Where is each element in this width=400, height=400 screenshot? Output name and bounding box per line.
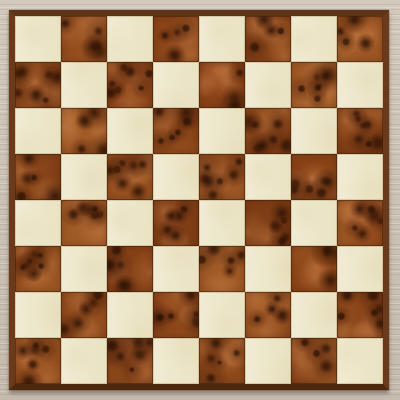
square-h1[interactable] — [337, 338, 383, 384]
square-d3[interactable] — [153, 246, 199, 292]
square-d6[interactable] — [153, 108, 199, 154]
square-f4[interactable] — [245, 200, 291, 246]
square-g2[interactable] — [291, 292, 337, 338]
square-c5[interactable] — [107, 154, 153, 200]
square-e7[interactable] — [199, 62, 245, 108]
square-g1[interactable] — [291, 338, 337, 384]
square-a2[interactable] — [15, 292, 61, 338]
square-f6[interactable] — [245, 108, 291, 154]
square-h4[interactable] — [337, 200, 383, 246]
square-f1[interactable] — [245, 338, 291, 384]
square-a5[interactable] — [15, 154, 61, 200]
square-f2[interactable] — [245, 292, 291, 338]
square-d5[interactable] — [153, 154, 199, 200]
square-e1[interactable] — [199, 338, 245, 384]
square-h3[interactable] — [337, 246, 383, 292]
square-h2[interactable] — [337, 292, 383, 338]
square-e6[interactable] — [199, 108, 245, 154]
square-a3[interactable] — [15, 246, 61, 292]
square-b7[interactable] — [61, 62, 107, 108]
square-d1[interactable] — [153, 338, 199, 384]
square-c2[interactable] — [107, 292, 153, 338]
square-e5[interactable] — [199, 154, 245, 200]
square-e4[interactable] — [199, 200, 245, 246]
square-a4[interactable] — [15, 200, 61, 246]
square-a6[interactable] — [15, 108, 61, 154]
square-c3[interactable] — [107, 246, 153, 292]
square-c1[interactable] — [107, 338, 153, 384]
square-d8[interactable] — [153, 16, 199, 62]
square-d4[interactable] — [153, 200, 199, 246]
square-f5[interactable] — [245, 154, 291, 200]
square-c4[interactable] — [107, 200, 153, 246]
square-h6[interactable] — [337, 108, 383, 154]
square-c7[interactable] — [107, 62, 153, 108]
square-g4[interactable] — [291, 200, 337, 246]
square-e3[interactable] — [199, 246, 245, 292]
square-a1[interactable] — [15, 338, 61, 384]
square-b8[interactable] — [61, 16, 107, 62]
square-f7[interactable] — [245, 62, 291, 108]
square-b5[interactable] — [61, 154, 107, 200]
square-f3[interactable] — [245, 246, 291, 292]
square-g6[interactable] — [291, 108, 337, 154]
square-g3[interactable] — [291, 246, 337, 292]
square-b3[interactable] — [61, 246, 107, 292]
square-a7[interactable] — [15, 62, 61, 108]
table-surface — [0, 0, 400, 400]
square-g8[interactable] — [291, 16, 337, 62]
square-a8[interactable] — [15, 16, 61, 62]
square-b4[interactable] — [61, 200, 107, 246]
square-d7[interactable] — [153, 62, 199, 108]
square-h8[interactable] — [337, 16, 383, 62]
chessboard — [9, 10, 389, 390]
square-e8[interactable] — [199, 16, 245, 62]
square-e2[interactable] — [199, 292, 245, 338]
square-g7[interactable] — [291, 62, 337, 108]
square-b2[interactable] — [61, 292, 107, 338]
square-f8[interactable] — [245, 16, 291, 62]
square-c6[interactable] — [107, 108, 153, 154]
square-h7[interactable] — [337, 62, 383, 108]
square-b1[interactable] — [61, 338, 107, 384]
square-b6[interactable] — [61, 108, 107, 154]
square-g5[interactable] — [291, 154, 337, 200]
square-d2[interactable] — [153, 292, 199, 338]
square-h5[interactable] — [337, 154, 383, 200]
square-c8[interactable] — [107, 16, 153, 62]
